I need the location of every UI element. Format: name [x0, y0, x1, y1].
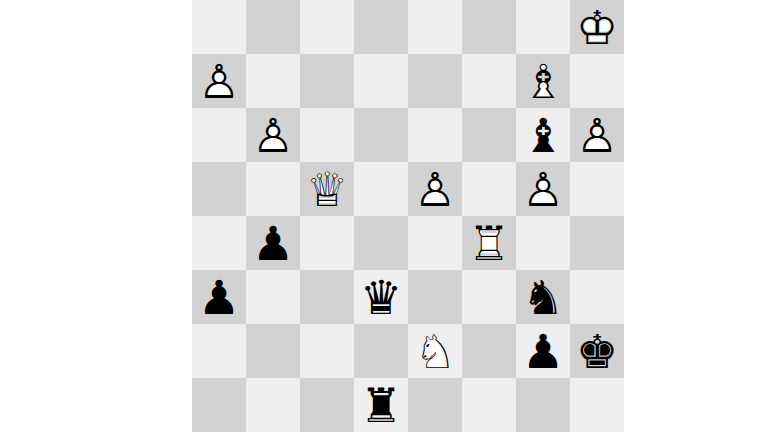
square-e8[interactable]: [408, 0, 462, 54]
square-c1[interactable]: [300, 378, 354, 432]
square-h6[interactable]: ♟♙: [570, 108, 624, 162]
square-h7[interactable]: [570, 54, 624, 108]
square-d7[interactable]: [354, 54, 408, 108]
square-f1[interactable]: [462, 378, 516, 432]
square-g6[interactable]: ♝: [516, 108, 570, 162]
square-b3[interactable]: [246, 270, 300, 324]
square-d5[interactable]: [354, 162, 408, 216]
square-f4[interactable]: ♜♖: [462, 216, 516, 270]
white-pawn-piece: ♟♙: [252, 112, 294, 159]
square-e3[interactable]: [408, 270, 462, 324]
square-a8[interactable]: [192, 0, 246, 54]
white-pawn-piece: ♟♙: [522, 166, 564, 213]
square-b2[interactable]: [246, 324, 300, 378]
square-e1[interactable]: [408, 378, 462, 432]
white-rook-piece: ♜♖: [468, 220, 510, 267]
square-e7[interactable]: [408, 54, 462, 108]
square-h2[interactable]: ♚: [570, 324, 624, 378]
square-f8[interactable]: [462, 0, 516, 54]
square-g3[interactable]: ♞: [516, 270, 570, 324]
square-f7[interactable]: [462, 54, 516, 108]
square-h8[interactable]: ♚♔: [570, 0, 624, 54]
square-c2[interactable]: [300, 324, 354, 378]
square-c3[interactable]: [300, 270, 354, 324]
square-a6[interactable]: [192, 108, 246, 162]
white-pawn-piece: ♟♙: [198, 58, 240, 105]
black-king-piece: ♚: [576, 328, 618, 375]
square-g2[interactable]: ♟: [516, 324, 570, 378]
square-e4[interactable]: [408, 216, 462, 270]
square-d6[interactable]: [354, 108, 408, 162]
square-f6[interactable]: [462, 108, 516, 162]
square-c8[interactable]: [300, 0, 354, 54]
square-h3[interactable]: [570, 270, 624, 324]
black-queen-piece: ♛: [360, 274, 402, 321]
square-b8[interactable]: [246, 0, 300, 54]
white-bishop-piece: ♝♗: [522, 58, 564, 105]
square-g7[interactable]: ♝♗: [516, 54, 570, 108]
black-pawn-piece: ♟: [252, 220, 294, 267]
square-c7[interactable]: [300, 54, 354, 108]
square-a4[interactable]: [192, 216, 246, 270]
square-d2[interactable]: [354, 324, 408, 378]
square-e5[interactable]: ♟♙: [408, 162, 462, 216]
square-a5[interactable]: [192, 162, 246, 216]
square-b1[interactable]: [246, 378, 300, 432]
square-e6[interactable]: [408, 108, 462, 162]
square-g5[interactable]: ♟♙: [516, 162, 570, 216]
square-d4[interactable]: [354, 216, 408, 270]
square-g8[interactable]: [516, 0, 570, 54]
black-knight-piece: ♞: [522, 274, 564, 321]
square-a1[interactable]: [192, 378, 246, 432]
white-king-piece: ♚♔: [576, 4, 618, 51]
white-knight-piece: ♞♘: [414, 328, 456, 375]
square-a3[interactable]: ♟: [192, 270, 246, 324]
square-a7[interactable]: ♟♙: [192, 54, 246, 108]
square-c4[interactable]: [300, 216, 354, 270]
black-pawn-piece: ♟: [198, 274, 240, 321]
square-c5[interactable]: ♛♕: [300, 162, 354, 216]
white-queen-piece: ♛♕: [306, 166, 348, 213]
square-f5[interactable]: [462, 162, 516, 216]
square-b4[interactable]: ♟: [246, 216, 300, 270]
square-h4[interactable]: [570, 216, 624, 270]
white-pawn-piece: ♟♙: [576, 112, 618, 159]
white-pawn-piece: ♟♙: [414, 166, 456, 213]
black-bishop-piece: ♝: [522, 112, 564, 159]
square-b6[interactable]: ♟♙: [246, 108, 300, 162]
square-b5[interactable]: [246, 162, 300, 216]
square-f2[interactable]: [462, 324, 516, 378]
square-g1[interactable]: [516, 378, 570, 432]
square-f3[interactable]: [462, 270, 516, 324]
square-d1[interactable]: ♜: [354, 378, 408, 432]
square-h5[interactable]: [570, 162, 624, 216]
square-h1[interactable]: [570, 378, 624, 432]
square-d3[interactable]: ♛: [354, 270, 408, 324]
square-d8[interactable]: [354, 0, 408, 54]
black-pawn-piece: ♟: [522, 328, 564, 375]
diagram-canvas: ♚♔♟♙♝♗♟♙♝♟♙♛♕♟♙♟♙♟♜♖♟♛♞♞♘♟♚♜: [0, 0, 768, 432]
square-e2[interactable]: ♞♘: [408, 324, 462, 378]
chess-board: ♚♔♟♙♝♗♟♙♝♟♙♛♕♟♙♟♙♟♜♖♟♛♞♞♘♟♚♜: [192, 0, 624, 432]
black-rook-piece: ♜: [360, 382, 402, 429]
square-c6[interactable]: [300, 108, 354, 162]
square-a2[interactable]: [192, 324, 246, 378]
square-b7[interactable]: [246, 54, 300, 108]
square-g4[interactable]: [516, 216, 570, 270]
